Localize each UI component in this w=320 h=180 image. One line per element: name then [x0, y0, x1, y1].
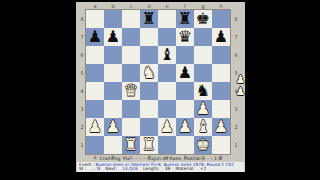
piece-black-pawn: ♟: [106, 28, 120, 46]
square-h4: [212, 82, 230, 100]
piece-white-rook: ♜: [124, 136, 138, 154]
rank-label-3: 3: [233, 100, 239, 118]
square-f6: [176, 46, 194, 64]
black-player-rating: (----): [202, 156, 212, 161]
square-a8: [86, 10, 104, 28]
piece-white-pawn: ♟: [196, 100, 210, 118]
square-f1: [176, 136, 194, 154]
square-a7: ♟: [86, 28, 104, 46]
square-g4: ♞: [194, 82, 212, 100]
square-h6: [212, 46, 230, 64]
square-b6: [104, 46, 122, 64]
square-f2: ♟: [176, 118, 194, 136]
square-f5: ♟: [176, 64, 194, 82]
square-g5: [194, 64, 212, 82]
piece-white-bishop: ♝: [196, 118, 210, 136]
square-h7: ♟: [212, 28, 230, 46]
material-value: +2: [200, 166, 206, 171]
file-label-e: e: [158, 3, 176, 9]
length-label: Length:: [143, 166, 159, 171]
chess-panel: abcdefgh 87654321 ♜♜♚♟♟♛♟♝♞♟♛♞♟♟♟♟♟♝♟♜♜♚…: [76, 2, 245, 172]
piece-black-knight: ♞: [196, 82, 210, 100]
file-label-b: b: [104, 3, 122, 9]
piece-white-king: ♚: [196, 136, 210, 154]
file-label-c: c: [122, 3, 140, 9]
square-d5: ♞: [140, 64, 158, 82]
next-move-label: Next:: [106, 166, 117, 171]
square-f8: ♜: [176, 10, 194, 28]
piece-white-pawn: ♟: [178, 118, 192, 136]
square-e5: [158, 64, 176, 82]
rank-label-8: 8: [79, 10, 85, 28]
square-g6: [194, 46, 212, 64]
video-frame: abcdefgh 87654321 ♜♜♚♟♟♛♟♝♞♟♛♞♟♟♟♟♟♝♟♜♜♚…: [0, 0, 320, 180]
square-c3: [122, 100, 140, 118]
square-a4: [86, 82, 104, 100]
square-e3: [158, 100, 176, 118]
square-b5: [104, 64, 122, 82]
square-a5: [86, 64, 104, 82]
piece-black-king: ♚: [196, 10, 210, 28]
square-c2: [122, 118, 140, 136]
square-g8: ♚: [194, 10, 212, 28]
captured-material-tray: ♟♟: [235, 74, 246, 98]
square-d2: [140, 118, 158, 136]
square-c8: [122, 10, 140, 28]
square-d6: [140, 46, 158, 64]
square-f7: ♛: [176, 28, 194, 46]
players-separator: --: [143, 156, 146, 161]
rank-label-7: 7: [233, 28, 239, 46]
square-a2: ♟: [86, 118, 104, 136]
square-e8: [158, 10, 176, 28]
piece-black-pawn: ♟: [178, 64, 192, 82]
square-a6: [86, 46, 104, 64]
square-c1: ♜: [122, 136, 140, 154]
piece-white-queen: ♛: [124, 82, 138, 100]
square-a1: [86, 136, 104, 154]
square-c6: [122, 46, 140, 64]
square-c5: [122, 64, 140, 82]
square-d3: [140, 100, 158, 118]
square-e7: [158, 28, 176, 46]
file-label-h: h: [212, 3, 230, 9]
square-b3: [104, 100, 122, 118]
rank-label-3: 3: [79, 100, 85, 118]
material-label: Material:: [176, 166, 195, 171]
piece-black-pawn: ♟: [88, 28, 102, 46]
square-e4: [158, 82, 176, 100]
caption-box: Event : Buenos Aires ol (Women) fin-B, B…: [77, 162, 244, 172]
board: ♜♜♚♟♟♛♟♝♞♟♛♞♟♟♟♟♟♝♟♜♜♚: [86, 10, 230, 154]
rank-label-6: 6: [233, 46, 239, 64]
square-h5: [212, 64, 230, 82]
square-c4: ♛: [122, 82, 140, 100]
piece-white-rook: ♜: [142, 136, 156, 154]
square-d8: ♜: [140, 10, 158, 28]
to-move-label: W :: [79, 166, 86, 171]
rank-label-6: 6: [79, 46, 85, 64]
square-e6: ♝: [158, 46, 176, 64]
piece-black-bishop: ♝: [160, 46, 174, 64]
game-result: 1-0: [214, 156, 222, 161]
file-label-a: a: [86, 3, 104, 9]
rank-label-1: 1: [79, 136, 85, 154]
white-player-name: Cramling, Pia: [99, 156, 129, 161]
rank-label-5: 5: [79, 64, 85, 82]
piece-white-pawn: ♟: [160, 118, 174, 136]
piece-white-knight: ♞: [142, 64, 156, 82]
rank-label-4: 4: [79, 82, 85, 100]
piece-black-queen: ♛: [178, 28, 192, 46]
square-g2: ♝: [194, 118, 212, 136]
square-h8: [212, 10, 230, 28]
black-player-name: Cajon de Raee, Matilde: [148, 156, 201, 161]
rank-label-1: 1: [233, 136, 239, 154]
status-line: W : ... N Next: 14.Qc6 Length: 39 Materi…: [77, 167, 244, 172]
square-h1: [212, 136, 230, 154]
square-g1: ♚: [194, 136, 212, 154]
square-d1: ♜: [140, 136, 158, 154]
square-b4: [104, 82, 122, 100]
eco-code: C02: [225, 162, 233, 167]
square-d4: [140, 82, 158, 100]
length-value: 39: [165, 166, 170, 171]
square-a3: [86, 100, 104, 118]
square-c7: [122, 28, 140, 46]
to-move-value: ... N: [91, 166, 100, 171]
rank-label-8: 8: [233, 10, 239, 28]
rank-label-2: 2: [233, 118, 239, 136]
piece-white-pawn: ♟: [106, 118, 120, 136]
piece-white-pawn: ♟: [88, 118, 102, 136]
square-f4: [176, 82, 194, 100]
rank-label-7: 7: [79, 28, 85, 46]
square-b1: [104, 136, 122, 154]
square-g7: [194, 28, 212, 46]
square-b2: ♟: [104, 118, 122, 136]
square-f3: [176, 100, 194, 118]
piece-black-rook: ♜: [142, 10, 156, 28]
white-player-rating: (----): [131, 156, 141, 161]
rank-label-2: 2: [79, 118, 85, 136]
piece-black-rook: ♜: [178, 10, 192, 28]
piece-white-pawn: ♟: [214, 118, 228, 136]
square-h3: [212, 100, 230, 118]
square-g3: ♟: [194, 100, 212, 118]
square-b7: ♟: [104, 28, 122, 46]
square-h2: ♟: [212, 118, 230, 136]
piece-black-pawn: ♟: [214, 28, 228, 46]
rank-labels-left: 87654321: [79, 10, 85, 154]
square-e2: ♟: [158, 118, 176, 136]
square-d7: [140, 28, 158, 46]
tray-white-pawn-icon: ♟: [236, 86, 246, 98]
square-b8: [104, 10, 122, 28]
square-e1: [158, 136, 176, 154]
next-move-value: 14.Qc6: [122, 166, 137, 171]
